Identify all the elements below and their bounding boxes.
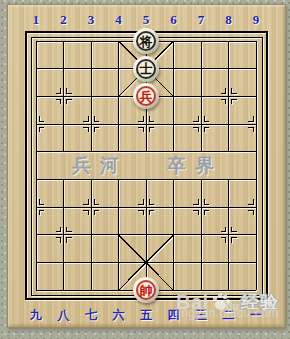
file-label-top-1: 1 <box>25 12 47 28</box>
piece-black-advisor[interactable]: 士 <box>133 56 159 82</box>
file-label-bottom-3: 七 <box>80 307 102 324</box>
file-label-top-6: 6 <box>163 12 185 28</box>
file-label-bottom-2: 八 <box>53 307 75 324</box>
screenshot-root: 123456789 兵河 卒界 将士兵帥 九八七六五四三二一 Bai du 经验… <box>0 0 290 339</box>
piece-glyph: 将 <box>140 35 153 48</box>
file-label-top-5: 5 <box>135 12 157 28</box>
file-label-top-3: 3 <box>80 12 102 28</box>
piece-face: 帥 <box>136 280 156 300</box>
file-label-bottom-8: 二 <box>218 307 240 324</box>
file-label-bottom-6: 四 <box>163 307 185 324</box>
file-label-top-9: 9 <box>245 12 267 28</box>
piece-face: 兵 <box>136 86 156 106</box>
file-label-top-8: 8 <box>218 12 240 28</box>
file-label-top-2: 2 <box>53 12 75 28</box>
file-label-top-4: 4 <box>108 12 130 28</box>
river-label-right: 卒界 <box>167 153 223 175</box>
file-label-bottom-5: 五 <box>135 307 157 324</box>
file-label-bottom-1: 九 <box>25 307 47 324</box>
piece-face: 士 <box>136 59 156 79</box>
piece-glyph: 帥 <box>140 284 153 297</box>
piece-glyph: 兵 <box>140 90 153 103</box>
piece-face: 将 <box>136 31 156 51</box>
file-label-bottom-4: 六 <box>108 307 130 324</box>
file-label-top-7: 7 <box>190 12 212 28</box>
river-label-left: 兵河 <box>72 153 128 175</box>
file-label-bottom-9: 一 <box>245 307 267 324</box>
piece-black-general[interactable]: 将 <box>133 28 159 54</box>
file-label-bottom-7: 三 <box>190 307 212 324</box>
piece-glyph: 士 <box>140 62 153 75</box>
